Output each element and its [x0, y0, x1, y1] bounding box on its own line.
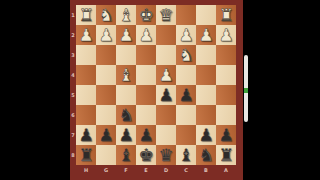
square-d2[interactable] [156, 25, 176, 45]
square-a3[interactable] [216, 45, 236, 65]
square-a5[interactable] [216, 85, 236, 105]
square-f1[interactable]: ♝ [116, 5, 136, 25]
square-g5[interactable] [96, 85, 116, 105]
black-pawn-f7[interactable]: ♟ [116, 125, 136, 145]
square-g1[interactable]: ♞ [96, 5, 116, 25]
square-a2[interactable]: ♟ [216, 25, 236, 45]
white-pawn-h2[interactable]: ♟ [76, 25, 96, 45]
square-g2[interactable]: ♟ [96, 25, 116, 45]
black-knight-b8[interactable]: ♞ [196, 145, 216, 165]
black-pawn-d5[interactable]: ♟ [156, 85, 176, 105]
square-c5[interactable]: ♟ [176, 85, 196, 105]
square-f6[interactable]: ♞ [116, 105, 136, 125]
square-a8[interactable]: ♜ [216, 145, 236, 165]
square-b5[interactable] [196, 85, 216, 105]
square-b1[interactable] [196, 5, 216, 25]
square-g4[interactable] [96, 65, 116, 85]
square-c4[interactable] [176, 65, 196, 85]
black-pawn-a7[interactable]: ♟ [216, 125, 236, 145]
square-c7[interactable] [176, 125, 196, 145]
square-c2[interactable]: ♟ [176, 25, 196, 45]
black-pawn-b7[interactable]: ♟ [196, 125, 216, 145]
square-f8[interactable]: ♝ [116, 145, 136, 165]
black-king-e8[interactable]: ♚ [136, 145, 156, 165]
square-e2[interactable]: ♟ [136, 25, 156, 45]
white-king-e1[interactable]: ♚ [136, 5, 156, 25]
square-f4[interactable]: ♝ [116, 65, 136, 85]
square-h6[interactable] [76, 105, 96, 125]
square-b8[interactable]: ♞ [196, 145, 216, 165]
chess-board-panel: 12345678 ♜♞♝♚♛♜♟♟♟♟♟♟♟♞♝♟♟♟♞♟♟♟♟♟♟♜♝♚♛♝♞… [70, 0, 243, 180]
white-pawn-f2[interactable]: ♟ [116, 25, 136, 45]
black-bishop-c8[interactable]: ♝ [176, 145, 196, 165]
square-a1[interactable]: ♜ [216, 5, 236, 25]
square-d8[interactable]: ♛ [156, 145, 176, 165]
black-bishop-f8[interactable]: ♝ [116, 145, 136, 165]
white-knight-g1[interactable]: ♞ [96, 5, 116, 25]
square-a7[interactable]: ♟ [216, 125, 236, 145]
file-label-h: H [76, 166, 96, 174]
white-knight-c3[interactable]: ♞ [176, 45, 196, 65]
square-b4[interactable] [196, 65, 216, 85]
square-e3[interactable] [136, 45, 156, 65]
square-e7[interactable]: ♟ [136, 125, 156, 145]
square-h2[interactable]: ♟ [76, 25, 96, 45]
square-c1[interactable] [176, 5, 196, 25]
file-labels: HGFEDCBA [76, 166, 236, 174]
white-pawn-e2[interactable]: ♟ [136, 25, 156, 45]
white-pawn-b2[interactable]: ♟ [196, 25, 216, 45]
square-d5[interactable]: ♟ [156, 85, 176, 105]
white-queen-d1[interactable]: ♛ [156, 5, 176, 25]
white-bishop-f4[interactable]: ♝ [116, 65, 136, 85]
square-b2[interactable]: ♟ [196, 25, 216, 45]
square-h7[interactable]: ♟ [76, 125, 96, 145]
scrollbar-marker [244, 88, 248, 93]
square-h3[interactable] [76, 45, 96, 65]
square-f3[interactable] [116, 45, 136, 65]
white-pawn-d4[interactable]: ♟ [156, 65, 176, 85]
square-h4[interactable] [76, 65, 96, 85]
square-e6[interactable] [136, 105, 156, 125]
file-label-g: G [96, 166, 116, 174]
file-label-d: D [156, 166, 176, 174]
chess-board[interactable]: ♜♞♝♚♛♜♟♟♟♟♟♟♟♞♝♟♟♟♞♟♟♟♟♟♟♜♝♚♛♝♞♜ [76, 5, 236, 165]
black-pawn-e7[interactable]: ♟ [136, 125, 156, 145]
square-d3[interactable] [156, 45, 176, 65]
black-rook-h8[interactable]: ♜ [76, 145, 96, 165]
square-f7[interactable]: ♟ [116, 125, 136, 145]
white-pawn-c2[interactable]: ♟ [176, 25, 196, 45]
square-a6[interactable] [216, 105, 236, 125]
black-knight-f6[interactable]: ♞ [116, 105, 136, 125]
square-b6[interactable] [196, 105, 216, 125]
square-c6[interactable] [176, 105, 196, 125]
square-h1[interactable]: ♜ [76, 5, 96, 25]
square-e4[interactable] [136, 65, 156, 85]
scrollbar[interactable] [244, 55, 248, 122]
square-d6[interactable] [156, 105, 176, 125]
square-e1[interactable]: ♚ [136, 5, 156, 25]
file-label-a: A [216, 166, 236, 174]
file-label-f: F [116, 166, 136, 174]
square-g3[interactable] [96, 45, 116, 65]
white-pawn-a2[interactable]: ♟ [216, 25, 236, 45]
square-h5[interactable] [76, 85, 96, 105]
black-pawn-c5[interactable]: ♟ [176, 85, 196, 105]
black-queen-d8[interactable]: ♛ [156, 145, 176, 165]
white-rook-a1[interactable]: ♜ [216, 5, 236, 25]
black-pawn-h7[interactable]: ♟ [76, 125, 96, 145]
square-f5[interactable] [116, 85, 136, 105]
white-pawn-g2[interactable]: ♟ [96, 25, 116, 45]
square-f2[interactable]: ♟ [116, 25, 136, 45]
square-c8[interactable]: ♝ [176, 145, 196, 165]
square-e5[interactable] [136, 85, 156, 105]
file-label-c: C [176, 166, 196, 174]
square-c3[interactable]: ♞ [176, 45, 196, 65]
square-d1[interactable]: ♛ [156, 5, 176, 25]
black-pawn-g7[interactable]: ♟ [96, 125, 116, 145]
white-bishop-f1[interactable]: ♝ [116, 5, 136, 25]
file-label-b: B [196, 166, 216, 174]
square-b3[interactable] [196, 45, 216, 65]
square-d7[interactable] [156, 125, 176, 145]
white-rook-h1[interactable]: ♜ [76, 5, 96, 25]
square-e8[interactable]: ♚ [136, 145, 156, 165]
square-g8[interactable] [96, 145, 116, 165]
file-label-e: E [136, 166, 156, 174]
black-rook-a8[interactable]: ♜ [216, 145, 236, 165]
square-b7[interactable]: ♟ [196, 125, 216, 145]
square-g7[interactable]: ♟ [96, 125, 116, 145]
square-h8[interactable]: ♜ [76, 145, 96, 165]
square-d4[interactable]: ♟ [156, 65, 176, 85]
square-g6[interactable] [96, 105, 116, 125]
square-a4[interactable] [216, 65, 236, 85]
